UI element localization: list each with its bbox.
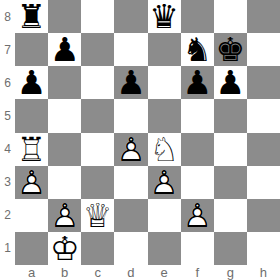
square-g3[interactable] (214, 166, 247, 199)
square-f4[interactable] (181, 133, 214, 166)
piece-black-king[interactable]: ♚ (214, 33, 247, 66)
square-c7[interactable] (81, 33, 114, 66)
square-g4[interactable] (214, 133, 247, 166)
square-c5[interactable] (81, 99, 114, 132)
file-label-b: b (48, 264, 81, 280)
rank-label-4: 4 (0, 133, 15, 166)
square-h3[interactable] (247, 166, 280, 199)
file-label-e: e (148, 264, 181, 280)
piece-white-rook[interactable] (15, 133, 48, 166)
square-h1[interactable] (247, 232, 280, 265)
square-e6[interactable] (148, 66, 181, 99)
square-a5[interactable] (15, 99, 48, 132)
square-d5[interactable] (114, 99, 147, 132)
piece-white-pawn[interactable] (114, 133, 147, 166)
piece-white-queen[interactable] (81, 199, 114, 232)
piece-white-pawn[interactable] (48, 199, 81, 232)
square-a4[interactable] (15, 133, 48, 166)
rank-label-8: 8 (0, 0, 15, 33)
square-h8[interactable] (247, 0, 280, 33)
square-b6[interactable] (48, 66, 81, 99)
square-f1[interactable] (181, 232, 214, 265)
square-g2[interactable] (214, 199, 247, 232)
square-h4[interactable] (247, 133, 280, 166)
square-g8[interactable] (214, 0, 247, 33)
file-label-f: f (181, 264, 214, 280)
square-h6[interactable] (247, 66, 280, 99)
piece-black-pawn[interactable]: ♟ (48, 33, 81, 66)
rank-label-5: 5 (0, 99, 15, 132)
square-e4[interactable] (148, 133, 181, 166)
square-c4[interactable] (81, 133, 114, 166)
piece-white-king[interactable] (48, 232, 81, 265)
square-b2[interactable] (48, 199, 81, 232)
square-f8[interactable] (181, 0, 214, 33)
square-e2[interactable] (148, 199, 181, 232)
square-b7[interactable]: ♟ (48, 33, 81, 66)
square-b4[interactable] (48, 133, 81, 166)
square-h2[interactable] (247, 199, 280, 232)
square-d3[interactable] (114, 166, 147, 199)
square-g6[interactable]: ♟ (214, 66, 247, 99)
piece-black-pawn[interactable]: ♟ (15, 66, 48, 99)
square-e3[interactable] (148, 166, 181, 199)
square-a3[interactable] (15, 166, 48, 199)
square-c3[interactable] (81, 166, 114, 199)
square-g5[interactable] (214, 99, 247, 132)
square-e5[interactable] (148, 99, 181, 132)
rank-label-6: 6 (0, 66, 15, 99)
file-label-c: c (81, 264, 114, 280)
square-b8[interactable] (48, 0, 81, 33)
piece-black-queen[interactable]: ♛ (148, 0, 181, 33)
chess-board[interactable]: ♜♛♟♞♚♟♟♟♟ (15, 0, 280, 265)
square-g7[interactable]: ♚ (214, 33, 247, 66)
square-e7[interactable] (148, 33, 181, 66)
square-c8[interactable] (81, 0, 114, 33)
square-b3[interactable] (48, 166, 81, 199)
square-e8[interactable]: ♛ (148, 0, 181, 33)
chess-diagram: 87654321 ♜♛♟♞♚♟♟♟♟ abcdefgh (0, 0, 280, 280)
square-f6[interactable]: ♟ (181, 66, 214, 99)
square-g1[interactable] (214, 232, 247, 265)
rank-label-2: 2 (0, 199, 15, 232)
piece-white-knight[interactable] (148, 133, 181, 166)
piece-white-pawn[interactable] (181, 199, 214, 232)
square-b5[interactable] (48, 99, 81, 132)
square-c1[interactable] (81, 232, 114, 265)
file-labels: abcdefgh (15, 264, 280, 280)
file-label-d: d (114, 264, 147, 280)
rank-labels: 87654321 (0, 0, 15, 265)
square-d4[interactable] (114, 133, 147, 166)
rank-label-3: 3 (0, 166, 15, 199)
piece-black-pawn[interactable]: ♟ (114, 66, 147, 99)
square-a7[interactable] (15, 33, 48, 66)
square-f3[interactable] (181, 166, 214, 199)
piece-white-pawn[interactable] (15, 166, 48, 199)
piece-white-pawn[interactable] (148, 166, 181, 199)
square-d7[interactable] (114, 33, 147, 66)
square-a1[interactable] (15, 232, 48, 265)
square-d6[interactable]: ♟ (114, 66, 147, 99)
square-f2[interactable] (181, 199, 214, 232)
file-label-h: h (247, 264, 280, 280)
rank-label-7: 7 (0, 33, 15, 66)
piece-black-pawn[interactable]: ♟ (181, 66, 214, 99)
file-label-g: g (214, 264, 247, 280)
square-a6[interactable]: ♟ (15, 66, 48, 99)
square-e1[interactable] (148, 232, 181, 265)
square-h5[interactable] (247, 99, 280, 132)
square-b1[interactable] (48, 232, 81, 265)
piece-black-knight[interactable]: ♞ (181, 33, 214, 66)
rank-label-1: 1 (0, 232, 15, 265)
square-f7[interactable]: ♞ (181, 33, 214, 66)
square-d1[interactable] (114, 232, 147, 265)
piece-black-pawn[interactable]: ♟ (214, 66, 247, 99)
square-d2[interactable] (114, 199, 147, 232)
square-a8[interactable]: ♜ (15, 0, 48, 33)
piece-black-rook[interactable]: ♜ (15, 0, 48, 33)
square-d8[interactable] (114, 0, 147, 33)
file-label-a: a (15, 264, 48, 280)
square-h7[interactable] (247, 33, 280, 66)
square-f5[interactable] (181, 99, 214, 132)
square-a2[interactable] (15, 199, 48, 232)
square-c2[interactable] (81, 199, 114, 232)
square-c6[interactable] (81, 66, 114, 99)
